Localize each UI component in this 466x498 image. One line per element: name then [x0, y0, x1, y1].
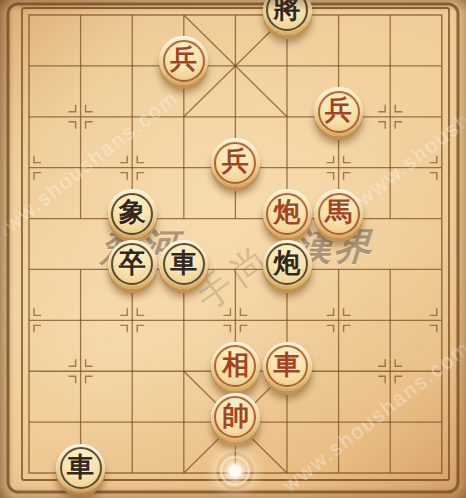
black-chariot-a-piece[interactable]: 車 — [159, 240, 208, 289]
piece-character: 車 — [67, 454, 94, 481]
red-horse-piece[interactable]: 馬 — [314, 189, 363, 238]
piece-character: 卒 — [119, 250, 146, 277]
red-soldier-b-piece[interactable]: 兵 — [314, 87, 363, 136]
piece-character: 兵 — [325, 97, 352, 124]
pieces-layer: 將兵兵兵象炮馬卒車炮相車帥車 — [0, 0, 466, 498]
red-soldier-a-piece[interactable]: 兵 — [159, 36, 208, 85]
black-general-piece[interactable]: 將 — [263, 0, 312, 35]
black-chariot-b-piece[interactable]: 車 — [56, 444, 105, 493]
red-general-piece[interactable]: 帥 — [211, 393, 260, 442]
red-elephant-piece[interactable]: 相 — [211, 342, 260, 391]
black-soldier-piece[interactable]: 卒 — [108, 240, 157, 289]
xiangqi-board: 楚河 漢界 手尚 www.shoushans.com www.shoushans… — [0, 0, 466, 498]
piece-character: 車 — [170, 250, 197, 277]
piece-character: 相 — [222, 352, 249, 379]
piece-character: 帥 — [222, 403, 249, 430]
piece-character: 象 — [119, 199, 146, 226]
black-cannon-piece[interactable]: 炮 — [263, 240, 312, 289]
piece-character: 炮 — [274, 250, 301, 277]
red-chariot-piece[interactable]: 車 — [263, 342, 312, 391]
piece-character: 車 — [274, 352, 301, 379]
red-cannon-piece[interactable]: 炮 — [263, 189, 312, 238]
black-elephant-piece[interactable]: 象 — [108, 189, 157, 238]
red-soldier-c-piece[interactable]: 兵 — [211, 138, 260, 187]
piece-character: 炮 — [274, 199, 301, 226]
piece-character: 兵 — [222, 148, 249, 175]
piece-character: 將 — [274, 0, 301, 23]
piece-character: 馬 — [325, 199, 352, 226]
last-move-highlight — [216, 452, 254, 490]
piece-character: 兵 — [170, 46, 197, 73]
